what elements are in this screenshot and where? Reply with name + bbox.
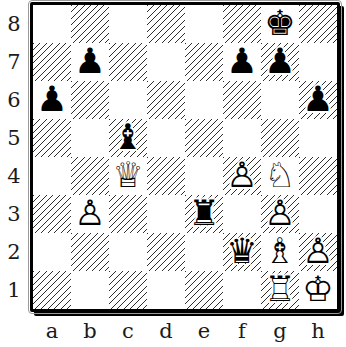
square-d5[interactable]: [147, 119, 185, 157]
square-d7[interactable]: [147, 43, 185, 81]
square-h1[interactable]: ♚♔: [299, 271, 337, 309]
white-pawn[interactable]: ♟♙: [223, 157, 261, 195]
square-c2[interactable]: [109, 233, 147, 271]
white-bishop-icon: ♗: [261, 233, 299, 271]
rank-label-7: 7: [0, 43, 28, 81]
square-g7[interactable]: ♟♟: [261, 43, 299, 81]
black-rook-icon: ♜: [185, 195, 223, 233]
square-a8[interactable]: [33, 5, 71, 43]
black-king[interactable]: ♚♚: [261, 5, 299, 43]
square-f8[interactable]: [223, 5, 261, 43]
square-d1[interactable]: [147, 271, 185, 309]
square-b1[interactable]: [71, 271, 109, 309]
white-rook-icon: ♖: [261, 271, 299, 309]
square-h5[interactable]: [299, 119, 337, 157]
file-label-b: b: [71, 316, 109, 346]
rank-label-4: 4: [0, 157, 28, 195]
white-pawn[interactable]: ♟♙: [261, 195, 299, 233]
chess-board: ♚♚♟♟♟♟♟♟♟♟♟♟♝♝♛♕♟♙♞♘♟♙♜♜♟♙♛♛♝♗♟♙♜♖♚♔: [33, 5, 337, 309]
white-king-icon: ♔: [299, 271, 337, 309]
black-rook[interactable]: ♜♜: [185, 195, 223, 233]
square-h8[interactable]: [299, 5, 337, 43]
black-pawn-icon: ♟: [71, 43, 109, 81]
square-e6[interactable]: [185, 81, 223, 119]
rank-label-2: 2: [0, 233, 28, 271]
square-a2[interactable]: [33, 233, 71, 271]
square-e8[interactable]: [185, 5, 223, 43]
white-pawn-icon: ♙: [261, 195, 299, 233]
square-d4[interactable]: [147, 157, 185, 195]
square-f4[interactable]: ♟♙: [223, 157, 261, 195]
square-e4[interactable]: [185, 157, 223, 195]
black-pawn[interactable]: ♟♟: [223, 43, 261, 81]
square-e2[interactable]: [185, 233, 223, 271]
white-queen[interactable]: ♛♕: [109, 157, 147, 195]
file-label-h: h: [299, 316, 337, 346]
square-f3[interactable]: [223, 195, 261, 233]
black-pawn[interactable]: ♟♟: [299, 81, 337, 119]
square-f1[interactable]: [223, 271, 261, 309]
file-label-d: d: [147, 316, 185, 346]
square-e3[interactable]: ♜♜: [185, 195, 223, 233]
square-h3[interactable]: [299, 195, 337, 233]
square-h7[interactable]: [299, 43, 337, 81]
square-c6[interactable]: [109, 81, 147, 119]
square-g8[interactable]: ♚♚: [261, 5, 299, 43]
square-g3[interactable]: ♟♙: [261, 195, 299, 233]
square-h6[interactable]: ♟♟: [299, 81, 337, 119]
square-g1[interactable]: ♜♖: [261, 271, 299, 309]
square-a7[interactable]: [33, 43, 71, 81]
square-e7[interactable]: [185, 43, 223, 81]
white-pawn-icon: ♙: [223, 157, 261, 195]
square-c8[interactable]: [109, 5, 147, 43]
file-label-c: c: [109, 316, 147, 346]
square-g5[interactable]: [261, 119, 299, 157]
square-d8[interactable]: [147, 5, 185, 43]
file-label-a: a: [33, 316, 71, 346]
square-c5[interactable]: ♝♝: [109, 119, 147, 157]
square-c7[interactable]: [109, 43, 147, 81]
white-pawn[interactable]: ♟♙: [299, 233, 337, 271]
white-pawn[interactable]: ♟♙: [71, 195, 109, 233]
square-f6[interactable]: [223, 81, 261, 119]
square-b8[interactable]: [71, 5, 109, 43]
black-pawn[interactable]: ♟♟: [261, 43, 299, 81]
white-knight-icon: ♘: [261, 157, 299, 195]
square-f2[interactable]: ♛♛: [223, 233, 261, 271]
square-h2[interactable]: ♟♙: [299, 233, 337, 271]
black-pawn-icon: ♟: [261, 43, 299, 81]
square-h4[interactable]: [299, 157, 337, 195]
black-bishop[interactable]: ♝♝: [109, 119, 147, 157]
square-b5[interactable]: [71, 119, 109, 157]
square-a5[interactable]: [33, 119, 71, 157]
black-queen[interactable]: ♛♛: [223, 233, 261, 271]
white-king[interactable]: ♚♔: [299, 271, 337, 309]
white-knight[interactable]: ♞♘: [261, 157, 299, 195]
white-bishop[interactable]: ♝♗: [261, 233, 299, 271]
square-c3[interactable]: [109, 195, 147, 233]
square-d2[interactable]: [147, 233, 185, 271]
square-g2[interactable]: ♝♗: [261, 233, 299, 271]
white-pawn-icon: ♙: [71, 195, 109, 233]
square-d6[interactable]: [147, 81, 185, 119]
square-b2[interactable]: [71, 233, 109, 271]
square-a6[interactable]: ♟♟: [33, 81, 71, 119]
file-label-e: e: [185, 316, 223, 346]
board-frame: ♚♚♟♟♟♟♟♟♟♟♟♟♝♝♛♕♟♙♞♘♟♙♜♜♟♙♛♛♝♗♟♙♜♖♚♔: [30, 2, 340, 312]
square-b3[interactable]: ♟♙: [71, 195, 109, 233]
rank-label-6: 6: [0, 81, 28, 119]
square-b4[interactable]: [71, 157, 109, 195]
square-a3[interactable]: [33, 195, 71, 233]
white-queen-icon: ♕: [109, 157, 147, 195]
black-bishop-icon: ♝: [109, 119, 147, 157]
black-pawn-icon: ♟: [223, 43, 261, 81]
file-label-f: f: [223, 316, 261, 346]
square-a4[interactable]: [33, 157, 71, 195]
square-g6[interactable]: [261, 81, 299, 119]
square-f7[interactable]: ♟♟: [223, 43, 261, 81]
square-d3[interactable]: [147, 195, 185, 233]
black-pawn[interactable]: ♟♟: [33, 81, 71, 119]
square-e5[interactable]: [185, 119, 223, 157]
file-labels: abcdefgh: [33, 316, 337, 346]
rank-label-5: 5: [0, 119, 28, 157]
rank-labels: 87654321: [0, 5, 28, 309]
black-pawn-icon: ♟: [33, 81, 71, 119]
square-f5[interactable]: [223, 119, 261, 157]
black-pawn-icon: ♟: [299, 81, 337, 119]
black-king-icon: ♚: [261, 5, 299, 43]
black-queen-icon: ♛: [223, 233, 261, 271]
rank-label-1: 1: [0, 271, 28, 309]
white-pawn-icon: ♙: [299, 233, 337, 271]
rank-label-8: 8: [0, 5, 28, 43]
chess-diagram: 87654321 ♚♚♟♟♟♟♟♟♟♟♟♟♝♝♛♕♟♙♞♘♟♙♜♜♟♙♛♛♝♗♟…: [0, 0, 346, 347]
file-label-g: g: [261, 316, 299, 346]
square-g4[interactable]: ♞♘: [261, 157, 299, 195]
square-e1[interactable]: [185, 271, 223, 309]
square-a1[interactable]: [33, 271, 71, 309]
rank-label-3: 3: [0, 195, 28, 233]
black-pawn[interactable]: ♟♟: [71, 43, 109, 81]
square-c4[interactable]: ♛♕: [109, 157, 147, 195]
square-b7[interactable]: ♟♟: [71, 43, 109, 81]
white-rook[interactable]: ♜♖: [261, 271, 299, 309]
square-b6[interactable]: [71, 81, 109, 119]
square-c1[interactable]: [109, 271, 147, 309]
